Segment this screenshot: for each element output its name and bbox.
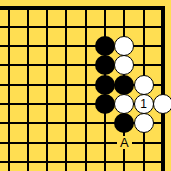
intersection-r4c7[interactable]	[115, 56, 134, 75]
intersection-r1c2[interactable]	[18, 0, 37, 17]
intersection-r8c7[interactable]: A	[115, 133, 134, 152]
intersection-r9c8[interactable]	[134, 152, 153, 171]
white-stone	[153, 94, 171, 114]
black-stone	[95, 36, 115, 56]
intersection-r8c4[interactable]	[57, 133, 76, 152]
intersection-r3c1[interactable]	[0, 36, 18, 55]
intersection-r6c7[interactable]	[115, 94, 134, 113]
intersection-r1c9[interactable]	[153, 0, 171, 17]
intersection-r6c9[interactable]	[153, 94, 171, 113]
intersection-r7c7[interactable]	[115, 114, 134, 133]
intersection-r6c1[interactable]	[0, 94, 18, 113]
intersection-r1c1[interactable]	[0, 0, 18, 17]
intersection-r5c1[interactable]	[0, 75, 18, 94]
intersection-r3c3[interactable]	[37, 36, 56, 55]
move-number-label: 1	[140, 98, 147, 110]
intersection-r5c6[interactable]	[95, 75, 114, 94]
intersection-r3c8[interactable]	[134, 36, 153, 55]
white-stone	[114, 94, 134, 114]
intersection-r2c8[interactable]	[134, 17, 153, 36]
intersection-r8c3[interactable]	[37, 133, 56, 152]
intersection-r4c9[interactable]	[153, 56, 171, 75]
intersection-r1c7[interactable]	[115, 0, 134, 17]
intersection-r6c6[interactable]	[95, 94, 114, 113]
intersection-r4c5[interactable]	[76, 56, 95, 75]
intersection-r9c4[interactable]	[57, 152, 76, 171]
intersection-r2c7[interactable]	[115, 17, 134, 36]
intersection-r5c2[interactable]	[18, 75, 37, 94]
intersection-r3c2[interactable]	[18, 36, 37, 55]
intersection-r6c3[interactable]	[37, 94, 56, 113]
intersection-r7c6[interactable]	[95, 114, 114, 133]
white-stone	[134, 75, 154, 95]
intersection-r2c2[interactable]	[18, 17, 37, 36]
intersection-r4c8[interactable]	[134, 56, 153, 75]
intersection-r5c4[interactable]	[57, 75, 76, 94]
intersection-r5c7[interactable]	[115, 75, 134, 94]
white-stone-move-1: 1	[134, 94, 154, 114]
intersection-r2c6[interactable]	[95, 17, 114, 36]
intersection-r1c5[interactable]	[76, 0, 95, 17]
intersection-r7c4[interactable]	[57, 114, 76, 133]
intersection-r9c5[interactable]	[76, 152, 95, 171]
intersection-r5c3[interactable]	[37, 75, 56, 94]
intersection-r2c4[interactable]	[57, 17, 76, 36]
intersection-r5c8[interactable]	[134, 75, 153, 94]
white-stone	[114, 55, 134, 75]
intersection-r3c9[interactable]	[153, 36, 171, 55]
intersection-r4c3[interactable]	[37, 56, 56, 75]
intersection-r1c6[interactable]	[95, 0, 114, 17]
intersection-r9c9[interactable]	[153, 152, 171, 171]
white-stone	[114, 36, 134, 56]
black-stone	[95, 55, 115, 75]
intersection-r4c2[interactable]	[18, 56, 37, 75]
intersection-r8c8[interactable]	[134, 133, 153, 152]
intersection-r1c4[interactable]	[57, 0, 76, 17]
intersection-r3c7[interactable]	[115, 36, 134, 55]
intersection-r8c5[interactable]	[76, 133, 95, 152]
intersection-r7c1[interactable]	[0, 114, 18, 133]
point-label-A: A	[117, 136, 132, 149]
intersection-r9c1[interactable]	[0, 152, 18, 171]
intersection-r7c5[interactable]	[76, 114, 95, 133]
intersection-r3c5[interactable]	[76, 36, 95, 55]
intersection-r2c3[interactable]	[37, 17, 56, 36]
intersection-r3c6[interactable]	[95, 36, 114, 55]
intersection-r1c8[interactable]	[134, 0, 153, 17]
black-stone	[114, 75, 134, 95]
intersection-r4c1[interactable]	[0, 56, 18, 75]
intersection-r8c9[interactable]	[153, 133, 171, 152]
intersection-r8c2[interactable]	[18, 133, 37, 152]
intersection-r6c4[interactable]	[57, 94, 76, 113]
intersection-r7c8[interactable]	[134, 114, 153, 133]
intersection-r3c4[interactable]	[57, 36, 76, 55]
go-board: 1A	[0, 0, 171, 171]
intersection-r2c1[interactable]	[0, 17, 18, 36]
black-stone	[95, 75, 115, 95]
intersection-r5c9[interactable]	[153, 75, 171, 94]
intersection-r4c4[interactable]	[57, 56, 76, 75]
intersection-r9c3[interactable]	[37, 152, 56, 171]
black-stone	[114, 113, 134, 133]
intersection-r7c3[interactable]	[37, 114, 56, 133]
white-stone	[134, 113, 154, 133]
intersection-r9c7[interactable]	[115, 152, 134, 171]
intersection-r9c6[interactable]	[95, 152, 114, 171]
intersection-r7c9[interactable]	[153, 114, 171, 133]
intersection-r8c6[interactable]	[95, 133, 114, 152]
intersection-r9c2[interactable]	[18, 152, 37, 171]
intersection-r2c9[interactable]	[153, 17, 171, 36]
intersection-r8c1[interactable]	[0, 133, 18, 152]
intersection-r4c6[interactable]	[95, 56, 114, 75]
intersection-r7c2[interactable]	[18, 114, 37, 133]
black-stone	[95, 94, 115, 114]
intersection-r1c3[interactable]	[37, 0, 56, 17]
intersection-r5c5[interactable]	[76, 75, 95, 94]
intersection-r6c5[interactable]	[76, 94, 95, 113]
intersection-r6c2[interactable]	[18, 94, 37, 113]
intersection-r2c5[interactable]	[76, 17, 95, 36]
intersection-r6c8[interactable]: 1	[134, 94, 153, 113]
board-intersections: 1A	[0, 0, 171, 171]
